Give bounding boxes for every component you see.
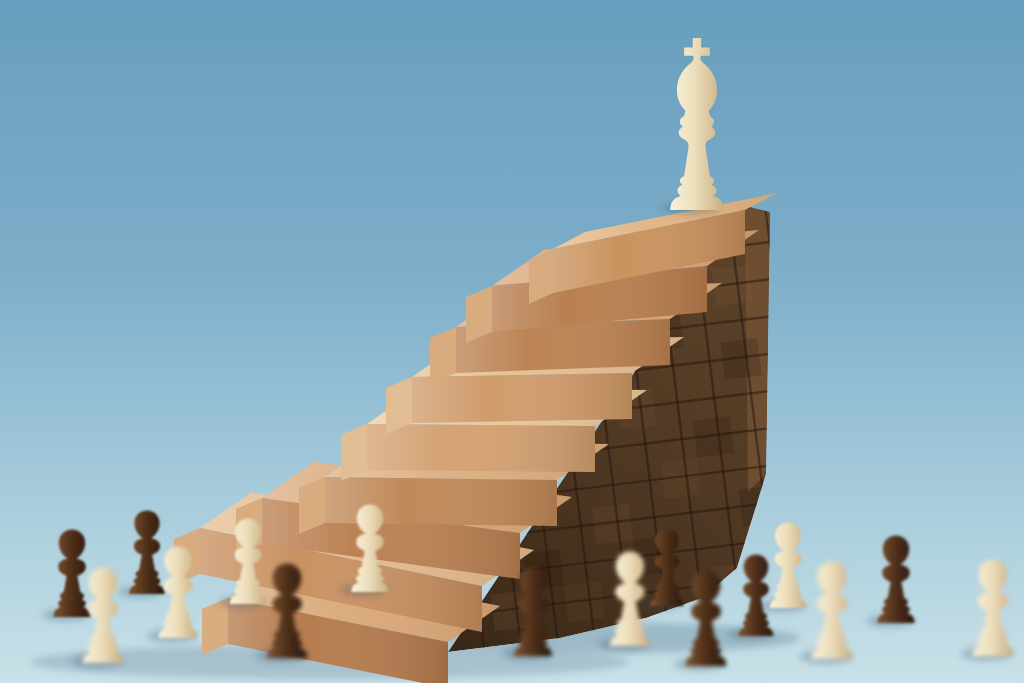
conceptual-chess-photo <box>0 0 1024 683</box>
photo-canvas <box>0 0 1024 683</box>
